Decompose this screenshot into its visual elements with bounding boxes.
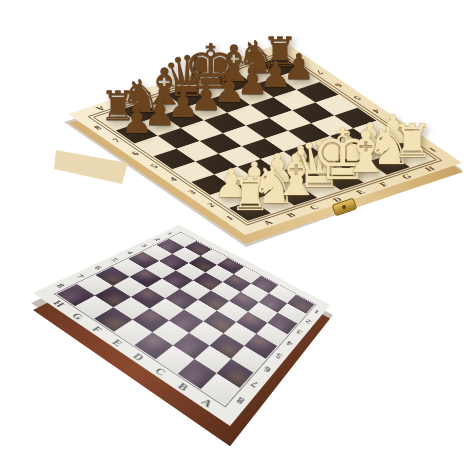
file-label-bottom-h: H bbox=[421, 164, 439, 173]
closed-number-label-right-1: 1 bbox=[310, 308, 323, 317]
rank-label-left-2: 2 bbox=[202, 200, 220, 209]
file-label-top-e: E bbox=[185, 74, 203, 83]
clasp-keyhole bbox=[341, 205, 346, 210]
file-label-bottom-b: B bbox=[282, 210, 300, 219]
rank-label-left-8: 8 bbox=[88, 123, 106, 132]
file-label-bottom-f: F bbox=[374, 180, 392, 189]
file-label-bottom-g: G bbox=[397, 172, 415, 181]
rank-label-right-7: 7 bbox=[311, 68, 329, 77]
open-chess-board: 88AA77BB66CC55DD44EE33FF22GG11HH bbox=[68, 42, 462, 235]
rank-label-right-6: 6 bbox=[330, 81, 348, 90]
file-label-bottom-c: C bbox=[305, 203, 323, 212]
file-label-top-d: D bbox=[162, 81, 180, 90]
rank-label-right-3: 3 bbox=[387, 120, 405, 129]
rank-label-left-3: 3 bbox=[183, 188, 201, 197]
rank-label-left-6: 6 bbox=[126, 149, 144, 158]
rank-label-left-1: 1 bbox=[220, 213, 238, 222]
product-photo-stage: 88AA77BB66CC55DD44EE33FF22GG11HH ♜♞♝♛♚♝♞… bbox=[0, 0, 474, 474]
closed-number-label-right-3: 3 bbox=[292, 327, 306, 337]
rank-label-right-8: 8 bbox=[292, 55, 310, 64]
file-label-top-b: B bbox=[115, 97, 133, 106]
file-label-top-g: G bbox=[231, 58, 249, 67]
closed-number-label-right-5: 5 bbox=[271, 350, 286, 362]
closed-number-label-right-4: 4 bbox=[282, 338, 297, 349]
closed-number-label-right-6: 6 bbox=[259, 364, 275, 377]
rank-label-right-4: 4 bbox=[368, 107, 386, 116]
file-label-top-c: C bbox=[138, 89, 156, 98]
file-label-top-a: A bbox=[92, 104, 110, 113]
rank-label-right-5: 5 bbox=[349, 94, 367, 103]
closed-number-label-right-2: 2 bbox=[301, 317, 314, 327]
rank-label-right-1: 1 bbox=[424, 146, 442, 155]
rank-label-left-4: 4 bbox=[164, 175, 182, 184]
rank-label-left-7: 7 bbox=[107, 136, 125, 145]
file-label-bottom-e: E bbox=[351, 187, 369, 196]
rank-label-left-5: 5 bbox=[145, 162, 163, 171]
file-label-top-f: F bbox=[208, 66, 226, 75]
file-label-bottom-a: A bbox=[259, 218, 277, 227]
file-label-top-h: H bbox=[254, 51, 272, 60]
rank-label-right-2: 2 bbox=[406, 133, 424, 142]
